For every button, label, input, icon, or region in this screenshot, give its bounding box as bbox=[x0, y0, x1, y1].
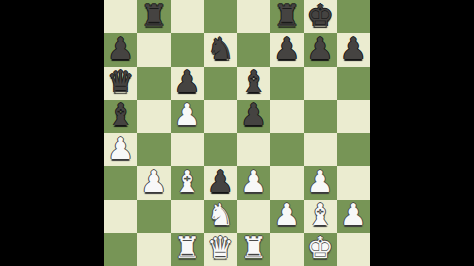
square-e4[interactable] bbox=[237, 133, 270, 166]
square-f5[interactable] bbox=[270, 100, 303, 133]
square-f6[interactable] bbox=[270, 67, 303, 100]
piece-black-pawn: ♟ bbox=[207, 167, 234, 197]
square-a5[interactable]: ♝ bbox=[104, 100, 137, 133]
square-a1[interactable] bbox=[104, 233, 137, 266]
square-d1[interactable]: ♛ bbox=[204, 233, 237, 266]
square-b3[interactable]: ♟ bbox=[137, 166, 170, 199]
piece-black-bishop: ♝ bbox=[107, 100, 134, 130]
square-f3[interactable] bbox=[270, 166, 303, 199]
square-g7[interactable]: ♟ bbox=[304, 33, 337, 66]
square-d2[interactable]: ♞ bbox=[204, 200, 237, 233]
square-e7[interactable] bbox=[237, 33, 270, 66]
square-c7[interactable] bbox=[171, 33, 204, 66]
piece-black-bishop: ♝ bbox=[240, 67, 267, 97]
square-b8[interactable]: ♜ bbox=[137, 0, 170, 33]
square-d4[interactable] bbox=[204, 133, 237, 166]
square-g3[interactable]: ♟ bbox=[304, 166, 337, 199]
piece-black-king: ♚ bbox=[307, 1, 334, 31]
piece-white-pawn: ♟ bbox=[340, 200, 367, 230]
square-g6[interactable] bbox=[304, 67, 337, 100]
square-h3[interactable] bbox=[337, 166, 370, 199]
piece-black-queen: ♛ bbox=[107, 67, 134, 97]
square-g4[interactable] bbox=[304, 133, 337, 166]
piece-white-pawn: ♟ bbox=[140, 167, 167, 197]
square-h1[interactable] bbox=[337, 233, 370, 266]
piece-white-rook: ♜ bbox=[240, 233, 267, 263]
square-f1[interactable] bbox=[270, 233, 303, 266]
square-b2[interactable] bbox=[137, 200, 170, 233]
square-d8[interactable] bbox=[204, 0, 237, 33]
piece-white-rook: ♜ bbox=[174, 233, 201, 263]
square-e6[interactable]: ♝ bbox=[237, 67, 270, 100]
square-a3[interactable] bbox=[104, 166, 137, 199]
piece-black-knight: ♞ bbox=[207, 34, 234, 64]
square-d7[interactable]: ♞ bbox=[204, 33, 237, 66]
square-f8[interactable]: ♜ bbox=[270, 0, 303, 33]
piece-black-pawn: ♟ bbox=[107, 34, 134, 64]
square-a8[interactable] bbox=[104, 0, 137, 33]
square-h2[interactable]: ♟ bbox=[337, 200, 370, 233]
square-d6[interactable] bbox=[204, 67, 237, 100]
piece-black-pawn: ♟ bbox=[240, 100, 267, 130]
square-c8[interactable] bbox=[171, 0, 204, 33]
piece-black-pawn: ♟ bbox=[307, 34, 334, 64]
square-g2[interactable]: ♝ bbox=[304, 200, 337, 233]
square-a7[interactable]: ♟ bbox=[104, 33, 137, 66]
piece-black-pawn: ♟ bbox=[273, 34, 300, 64]
square-f2[interactable]: ♟ bbox=[270, 200, 303, 233]
piece-black-pawn: ♟ bbox=[340, 34, 367, 64]
piece-white-knight: ♞ bbox=[207, 200, 234, 230]
square-a6[interactable]: ♛ bbox=[104, 67, 137, 100]
piece-white-pawn: ♟ bbox=[273, 200, 300, 230]
square-g1[interactable]: ♚ bbox=[304, 233, 337, 266]
piece-white-king: ♚ bbox=[307, 233, 334, 263]
square-g5[interactable] bbox=[304, 100, 337, 133]
chess-board: ♜♜♚♟♞♟♟♟♛♟♝♝♟♟♟♟♝♟♟♟♞♟♝♟♜♛♜♚ bbox=[104, 0, 370, 266]
square-a2[interactable] bbox=[104, 200, 137, 233]
square-e2[interactable] bbox=[237, 200, 270, 233]
square-g8[interactable]: ♚ bbox=[304, 0, 337, 33]
square-c1[interactable]: ♜ bbox=[171, 233, 204, 266]
square-e5[interactable]: ♟ bbox=[237, 100, 270, 133]
square-h7[interactable]: ♟ bbox=[337, 33, 370, 66]
piece-white-pawn: ♟ bbox=[307, 167, 334, 197]
piece-black-pawn: ♟ bbox=[174, 67, 201, 97]
piece-white-queen: ♛ bbox=[207, 233, 234, 263]
square-d5[interactable] bbox=[204, 100, 237, 133]
piece-white-bishop: ♝ bbox=[307, 200, 334, 230]
square-h8[interactable] bbox=[337, 0, 370, 33]
square-b6[interactable] bbox=[137, 67, 170, 100]
piece-black-rook: ♜ bbox=[140, 1, 167, 31]
square-c4[interactable] bbox=[171, 133, 204, 166]
square-b5[interactable] bbox=[137, 100, 170, 133]
square-f4[interactable] bbox=[270, 133, 303, 166]
square-c5[interactable]: ♟ bbox=[171, 100, 204, 133]
square-c2[interactable] bbox=[171, 200, 204, 233]
letterbox-stage: ♜♜♚♟♞♟♟♟♛♟♝♝♟♟♟♟♝♟♟♟♞♟♝♟♜♛♜♚ bbox=[0, 0, 474, 266]
square-b7[interactable] bbox=[137, 33, 170, 66]
square-d3[interactable]: ♟ bbox=[204, 166, 237, 199]
square-e8[interactable] bbox=[237, 0, 270, 33]
square-f7[interactable]: ♟ bbox=[270, 33, 303, 66]
square-b4[interactable] bbox=[137, 133, 170, 166]
piece-white-pawn: ♟ bbox=[107, 134, 134, 164]
piece-white-pawn: ♟ bbox=[240, 167, 267, 197]
square-c6[interactable]: ♟ bbox=[171, 67, 204, 100]
piece-white-pawn: ♟ bbox=[174, 100, 201, 130]
square-e3[interactable]: ♟ bbox=[237, 166, 270, 199]
square-a4[interactable]: ♟ bbox=[104, 133, 137, 166]
square-h6[interactable] bbox=[337, 67, 370, 100]
square-e1[interactable]: ♜ bbox=[237, 233, 270, 266]
square-h4[interactable] bbox=[337, 133, 370, 166]
piece-black-rook: ♜ bbox=[273, 1, 300, 31]
square-h5[interactable] bbox=[337, 100, 370, 133]
square-b1[interactable] bbox=[137, 233, 170, 266]
piece-white-bishop: ♝ bbox=[174, 167, 201, 197]
square-c3[interactable]: ♝ bbox=[171, 166, 204, 199]
